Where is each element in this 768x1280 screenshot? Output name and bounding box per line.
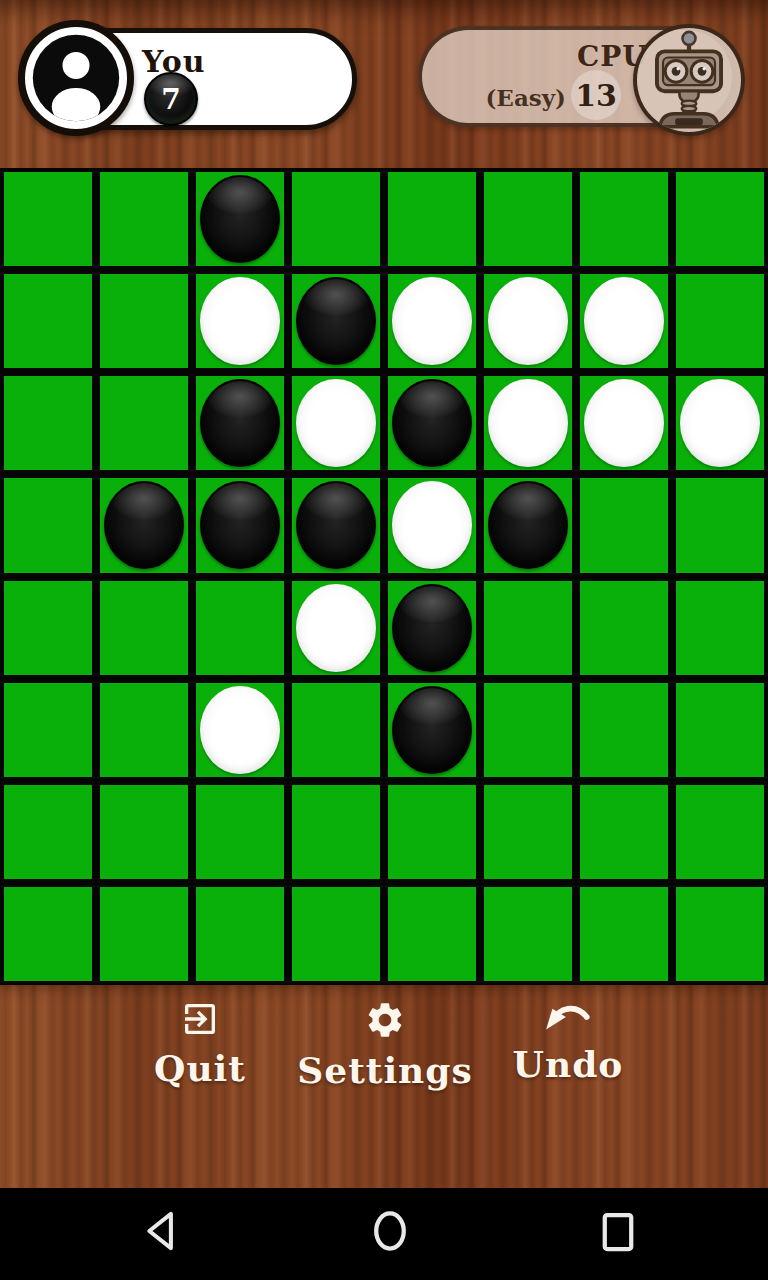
white-disc — [680, 379, 760, 467]
cpu-score-value: 13 — [575, 78, 617, 113]
board-cell-c7[interactable] — [196, 785, 284, 879]
board-cell-g4[interactable] — [580, 478, 668, 572]
board-cell-a7[interactable] — [4, 785, 92, 879]
board-cell-d1[interactable] — [292, 172, 380, 266]
board-cell-e3[interactable] — [388, 376, 476, 470]
settings-button[interactable]: Settings — [295, 999, 475, 1091]
board-cell-b7[interactable] — [100, 785, 188, 879]
recents-square-icon[interactable] — [601, 1211, 635, 1257]
robot-icon — [633, 24, 745, 136]
white-disc — [392, 277, 472, 365]
board-cell-f4[interactable] — [484, 478, 572, 572]
black-disc — [392, 584, 472, 672]
black-disc — [488, 481, 568, 569]
board-cell-c4[interactable] — [196, 478, 284, 572]
board-cell-c6[interactable] — [196, 683, 284, 777]
board-cell-b3[interactable] — [100, 376, 188, 470]
board-cell-e8[interactable] — [388, 887, 476, 981]
board-cell-d5[interactable] — [292, 581, 380, 675]
quit-button[interactable]: Quit — [130, 999, 270, 1089]
board-cell-c8[interactable] — [196, 887, 284, 981]
board-cell-b6[interactable] — [100, 683, 188, 777]
board-cell-h1[interactable] — [676, 172, 764, 266]
board-cell-a3[interactable] — [4, 376, 92, 470]
board-cell-g3[interactable] — [580, 376, 668, 470]
board-cell-f1[interactable] — [484, 172, 572, 266]
board-cell-e6[interactable] — [388, 683, 476, 777]
board-cell-g8[interactable] — [580, 887, 668, 981]
board-cell-d4[interactable] — [292, 478, 380, 572]
board-cell-g7[interactable] — [580, 785, 668, 879]
board-cell-h3[interactable] — [676, 376, 764, 470]
quit-label: Quit — [154, 1047, 246, 1089]
white-disc — [296, 379, 376, 467]
board-cell-e4[interactable] — [388, 478, 476, 572]
android-nav-bar — [0, 1188, 768, 1280]
undo-button[interactable]: Undo — [490, 999, 646, 1085]
board-cell-d8[interactable] — [292, 887, 380, 981]
black-disc — [200, 481, 280, 569]
white-disc — [392, 481, 472, 569]
white-disc — [488, 379, 568, 467]
board-cell-e1[interactable] — [388, 172, 476, 266]
board-cell-f7[interactable] — [484, 785, 572, 879]
board-cell-h7[interactable] — [676, 785, 764, 879]
board-cell-h8[interactable] — [676, 887, 764, 981]
board-cell-c3[interactable] — [196, 376, 284, 470]
black-disc — [200, 175, 280, 263]
white-disc — [296, 584, 376, 672]
black-disc — [296, 277, 376, 365]
board-cell-b5[interactable] — [100, 581, 188, 675]
board-cell-c5[interactable] — [196, 581, 284, 675]
top-bar: You 7 CPU (Easy) 13 — [0, 0, 768, 168]
settings-label: Settings — [297, 1049, 472, 1091]
player-card-you: You 7 — [18, 20, 362, 138]
board-cell-d2[interactable] — [292, 274, 380, 368]
white-disc — [200, 277, 280, 365]
undo-arrow-icon — [542, 999, 594, 1039]
board-cell-g1[interactable] — [580, 172, 668, 266]
board-cell-g5[interactable] — [580, 581, 668, 675]
exit-to-app-icon — [180, 999, 220, 1043]
board-cell-e5[interactable] — [388, 581, 476, 675]
board-cell-f6[interactable] — [484, 683, 572, 777]
you-score-disc: 7 — [144, 72, 198, 126]
undo-label: Undo — [513, 1043, 624, 1085]
board-cell-a2[interactable] — [4, 274, 92, 368]
board-cell-h6[interactable] — [676, 683, 764, 777]
board-cell-a4[interactable] — [4, 478, 92, 572]
black-disc — [392, 686, 472, 774]
home-circle-icon[interactable] — [371, 1209, 409, 1257]
black-disc — [296, 481, 376, 569]
board-cell-h2[interactable] — [676, 274, 764, 368]
board-cell-a6[interactable] — [4, 683, 92, 777]
board-cell-e2[interactable] — [388, 274, 476, 368]
othello-app-screen: You 7 CPU (Easy) 13 — [0, 0, 768, 1280]
othello-board — [0, 168, 768, 985]
white-disc — [584, 379, 664, 467]
black-disc — [392, 379, 472, 467]
player-card-cpu: CPU (Easy) 13 — [406, 24, 762, 136]
board-cell-c1[interactable] — [196, 172, 284, 266]
board-cell-f5[interactable] — [484, 581, 572, 675]
bottom-bar: Quit Settings Undo — [0, 985, 768, 1188]
white-disc — [200, 686, 280, 774]
board-cell-b8[interactable] — [100, 887, 188, 981]
board-cell-h4[interactable] — [676, 478, 764, 572]
white-disc — [488, 277, 568, 365]
black-disc — [104, 481, 184, 569]
black-disc — [200, 379, 280, 467]
board-cell-f8[interactable] — [484, 887, 572, 981]
board-cell-e7[interactable] — [388, 785, 476, 879]
board-cell-a5[interactable] — [4, 581, 92, 675]
board-cell-d3[interactable] — [292, 376, 380, 470]
cpu-score-disc: 13 — [571, 70, 621, 120]
you-score-value: 7 — [161, 83, 180, 116]
white-disc — [584, 277, 664, 365]
board-cell-h5[interactable] — [676, 581, 764, 675]
back-triangle-icon[interactable] — [143, 1207, 179, 1259]
board-cell-g2[interactable] — [580, 274, 668, 368]
board-cell-f3[interactable] — [484, 376, 572, 470]
board-cell-b4[interactable] — [100, 478, 188, 572]
board-cell-d7[interactable] — [292, 785, 380, 879]
board-cell-b2[interactable] — [100, 274, 188, 368]
board-cell-b1[interactable] — [100, 172, 188, 266]
board-cell-a8[interactable] — [4, 887, 92, 981]
board-cell-f2[interactable] — [484, 274, 572, 368]
gear-icon — [364, 999, 406, 1045]
board-cell-a1[interactable] — [4, 172, 92, 266]
board-cell-c2[interactable] — [196, 274, 284, 368]
cpu-difficulty-label: (Easy) — [462, 84, 566, 111]
person-icon — [18, 20, 134, 136]
board-cell-g6[interactable] — [580, 683, 668, 777]
board-cell-d6[interactable] — [292, 683, 380, 777]
